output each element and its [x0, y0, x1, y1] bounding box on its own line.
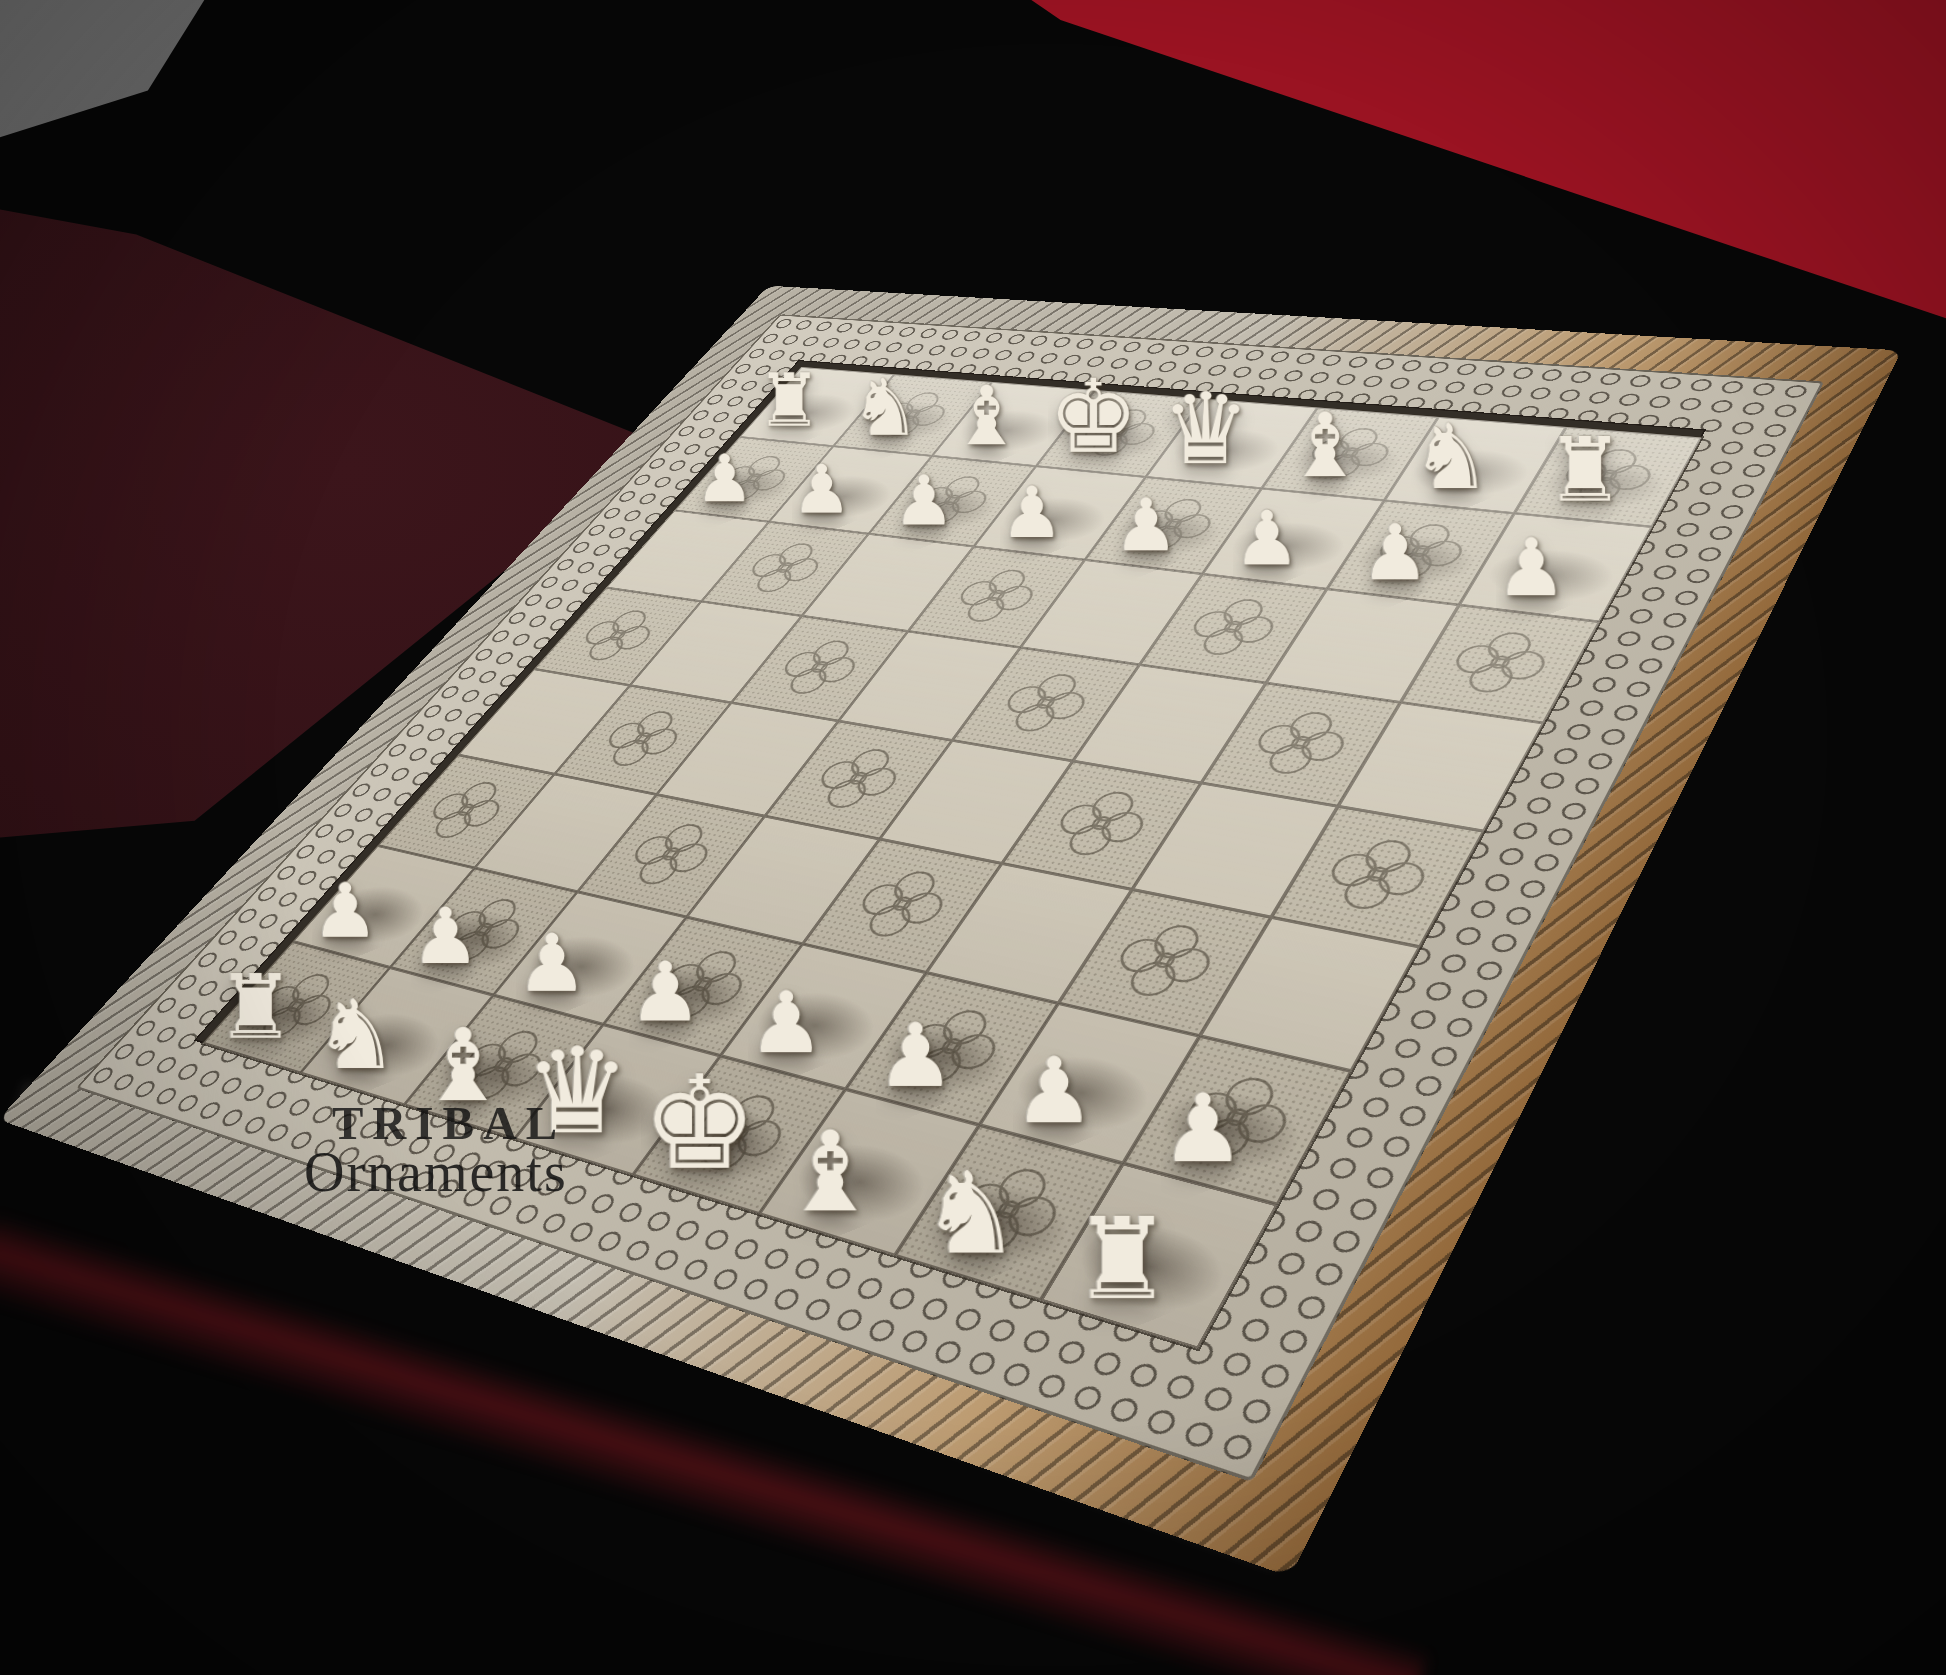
square-f6 [1140, 574, 1327, 683]
piece-far-pawn-e7: ♟ [1113, 489, 1178, 562]
photo-scene: ♜♞♝♚♛♝♞♜♟♟♟♟♟♟♟♟♟♟♟♟♟♟♟♟♜♞♝♛♚♝♞♜ TRIBAL … [0, 0, 1946, 1675]
piece-far-rook-h8: ♜ [1545, 426, 1625, 515]
piece-near-pawn-f2: ♟ [876, 1012, 955, 1100]
piece-far-pawn-f7: ♟ [1233, 502, 1300, 577]
flower-engraving-icon [833, 858, 971, 951]
flower-engraving-icon [981, 664, 1111, 743]
piece-far-pawn-g7: ♟ [1360, 515, 1429, 592]
piece-far-king-d8: ♚ [1048, 366, 1139, 468]
piece-near-pawn-h2: ♟ [1161, 1082, 1246, 1176]
piece-near-pawn-g2: ♟ [1013, 1046, 1095, 1137]
piece-near-bishop-f1: ♝ [780, 1116, 880, 1228]
piece-near-king-e1: ♚ [641, 1058, 757, 1188]
flower-engraving-icon [606, 812, 736, 897]
square-f5 [1073, 665, 1266, 783]
piece-near-rook-a1: ♜ [216, 963, 296, 1052]
piece-far-knight-g8: ♞ [1411, 412, 1492, 502]
flower-engraving-icon [1168, 590, 1298, 666]
flower-engraving-icon [1232, 701, 1370, 786]
square-c4 [657, 703, 839, 816]
piece-near-pawn-c2: ♟ [516, 924, 587, 1004]
watermark-line2: Ornaments [304, 1140, 568, 1204]
flower-engraving-icon [1091, 911, 1239, 1013]
flower-engraving-icon [1032, 780, 1170, 869]
piece-far-pawn-h7: ♟ [1496, 528, 1567, 608]
piece-far-knight-b8: ♞ [850, 369, 920, 447]
piece-far-pawn-d7: ♟ [1000, 478, 1063, 549]
square-g7: ♟ [1327, 500, 1514, 604]
piece-near-knight-b1: ♞ [313, 987, 399, 1083]
piece-near-pawn-b2: ♟ [411, 898, 480, 975]
piece-near-pawn-d2: ♟ [629, 952, 703, 1034]
piece-near-knight-g1: ♞ [920, 1157, 1022, 1270]
piece-near-rook-h1: ♜ [1072, 1204, 1173, 1317]
flower-engraving-icon [1431, 622, 1569, 704]
piece-far-bishop-f8: ♝ [1285, 401, 1365, 490]
piece-far-rook-a8: ♜ [756, 364, 822, 437]
flower-engraving-icon [1304, 827, 1452, 924]
piece-far-pawn-a7: ♟ [695, 447, 754, 512]
watermark: TRIBAL Ornaments [332, 1096, 568, 1204]
piece-near-pawn-e2: ♟ [748, 981, 824, 1066]
piece-far-queen-e8: ♛ [1162, 379, 1251, 478]
piece-near-pawn-a2: ♟ [312, 874, 379, 949]
piece-far-pawn-b7: ♟ [792, 456, 852, 523]
piece-far-bishop-c8: ♝ [950, 375, 1024, 457]
piece-far-pawn-c7: ♟ [893, 467, 955, 536]
